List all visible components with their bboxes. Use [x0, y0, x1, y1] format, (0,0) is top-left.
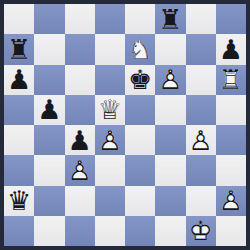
square-c6[interactable]: [65, 65, 95, 95]
square-b2[interactable]: [34, 186, 64, 216]
square-g1[interactable]: ♚♔: [186, 216, 216, 246]
square-g7[interactable]: [186, 34, 216, 64]
square-h3[interactable]: [216, 155, 246, 185]
square-f7[interactable]: [155, 34, 185, 64]
square-f2[interactable]: [155, 186, 185, 216]
square-d5[interactable]: ♛♕: [95, 95, 125, 125]
square-d4[interactable]: ♟♙: [95, 125, 125, 155]
square-b8[interactable]: [34, 4, 64, 34]
white-pawn-d4: ♟♙: [98, 127, 122, 154]
square-a3[interactable]: [4, 155, 34, 185]
black-queen-a2: ♛: [7, 187, 31, 214]
square-a5[interactable]: [4, 95, 34, 125]
square-e6[interactable]: ♚: [125, 65, 155, 95]
white-pawn-f6: ♟♙: [158, 66, 182, 93]
square-d8[interactable]: [95, 4, 125, 34]
square-h7[interactable]: ♟: [216, 34, 246, 64]
square-f8[interactable]: ♜: [155, 4, 185, 34]
square-b7[interactable]: [34, 34, 64, 64]
square-g4[interactable]: ♟♙: [186, 125, 216, 155]
white-queen-d5: ♛♕: [98, 96, 122, 123]
square-f1[interactable]: [155, 216, 185, 246]
square-h4[interactable]: [216, 125, 246, 155]
black-rook-f8: ♜: [158, 6, 182, 33]
square-c5[interactable]: [65, 95, 95, 125]
square-f4[interactable]: [155, 125, 185, 155]
square-a4[interactable]: [4, 125, 34, 155]
square-e5[interactable]: [125, 95, 155, 125]
square-a6[interactable]: ♟: [4, 65, 34, 95]
square-g2[interactable]: [186, 186, 216, 216]
square-c1[interactable]: [65, 216, 95, 246]
square-a1[interactable]: [4, 216, 34, 246]
square-b1[interactable]: [34, 216, 64, 246]
square-h6[interactable]: ♜♖: [216, 65, 246, 95]
square-b5[interactable]: ♟: [34, 95, 64, 125]
square-g5[interactable]: [186, 95, 216, 125]
square-d3[interactable]: [95, 155, 125, 185]
white-king-g1: ♚♔: [189, 217, 213, 244]
square-d6[interactable]: [95, 65, 125, 95]
square-c8[interactable]: [65, 4, 95, 34]
square-f6[interactable]: ♟♙: [155, 65, 185, 95]
square-e7[interactable]: ♞♘: [125, 34, 155, 64]
white-pawn-h2: ♟♙: [219, 187, 243, 214]
black-pawn-c4: ♟: [68, 127, 92, 154]
square-e3[interactable]: [125, 155, 155, 185]
square-b4[interactable]: [34, 125, 64, 155]
black-pawn-h7: ♟: [219, 36, 243, 63]
square-e8[interactable]: [125, 4, 155, 34]
square-a7[interactable]: ♜: [4, 34, 34, 64]
square-e2[interactable]: [125, 186, 155, 216]
square-d7[interactable]: [95, 34, 125, 64]
black-pawn-b5: ♟: [37, 96, 61, 123]
square-f3[interactable]: [155, 155, 185, 185]
square-c3[interactable]: ♟♙: [65, 155, 95, 185]
square-d1[interactable]: [95, 216, 125, 246]
black-pawn-a6: ♟: [7, 66, 31, 93]
square-g3[interactable]: [186, 155, 216, 185]
board-grid: ♜♜♞♘♟♟♚♟♙♜♖♟♛♕♟♟♙♟♙♟♙♛♟♙♚♔: [4, 4, 246, 246]
black-king-e6: ♚: [128, 66, 152, 93]
black-rook-a7: ♜: [7, 36, 31, 63]
square-c2[interactable]: [65, 186, 95, 216]
square-d2[interactable]: [95, 186, 125, 216]
square-a8[interactable]: [4, 4, 34, 34]
square-e1[interactable]: [125, 216, 155, 246]
square-c7[interactable]: [65, 34, 95, 64]
square-h1[interactable]: [216, 216, 246, 246]
square-c4[interactable]: ♟: [65, 125, 95, 155]
square-b3[interactable]: [34, 155, 64, 185]
white-pawn-g4: ♟♙: [189, 127, 213, 154]
square-g8[interactable]: [186, 4, 216, 34]
square-g6[interactable]: [186, 65, 216, 95]
square-e4[interactable]: [125, 125, 155, 155]
white-pawn-c3: ♟♙: [68, 157, 92, 184]
white-rook-h6: ♜♖: [219, 66, 243, 93]
square-h8[interactable]: [216, 4, 246, 34]
square-b6[interactable]: [34, 65, 64, 95]
square-h2[interactable]: ♟♙: [216, 186, 246, 216]
square-a2[interactable]: ♛: [4, 186, 34, 216]
square-f5[interactable]: [155, 95, 185, 125]
square-h5[interactable]: [216, 95, 246, 125]
white-knight-e7: ♞♘: [128, 36, 152, 63]
chess-board: ♜♜♞♘♟♟♚♟♙♜♖♟♛♕♟♟♙♟♙♟♙♛♟♙♚♔: [0, 0, 250, 250]
